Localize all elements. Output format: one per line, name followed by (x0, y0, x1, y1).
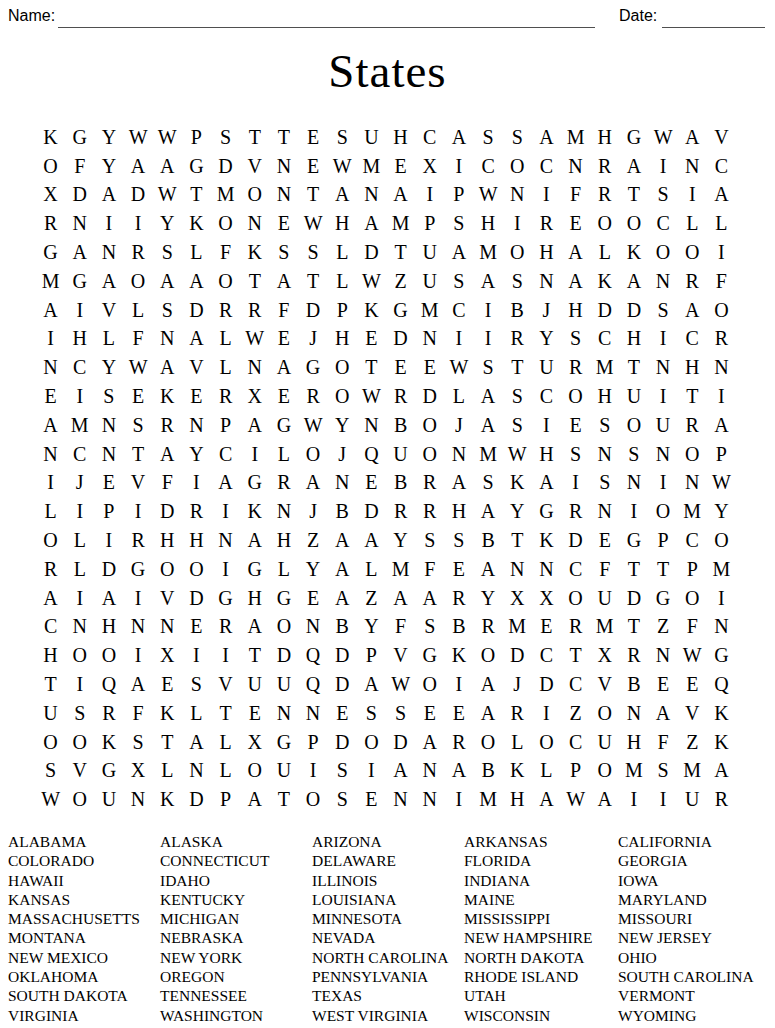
grid-cell: Y (94, 353, 123, 382)
grid-cell: Q (298, 670, 327, 699)
grid-cell: I (65, 497, 94, 526)
grid-cell: L (211, 728, 240, 757)
grid-cell: E (357, 325, 386, 354)
grid-cell: T (182, 181, 211, 210)
grid-cell: C (561, 670, 590, 699)
grid-cell: B (328, 613, 357, 642)
grid-cell: F (561, 181, 590, 210)
grid-cell: G (269, 728, 298, 757)
grid-cell: A (153, 353, 182, 382)
grid-cell: H (678, 353, 707, 382)
grid-cell: D (182, 296, 211, 325)
grid-cell: A (473, 699, 502, 728)
grid-cell: T (619, 613, 648, 642)
grid-cell: U (269, 757, 298, 786)
grid-cell: E (36, 382, 65, 411)
grid-cell: O (65, 641, 94, 670)
grid-cell: B (386, 469, 415, 498)
grid-cell: N (153, 613, 182, 642)
grid-cell: I (444, 670, 473, 699)
grid-cell: L (36, 497, 65, 526)
grid-cell: V (182, 353, 211, 382)
grid-cell: A (94, 181, 123, 210)
grid-cell: G (619, 123, 648, 152)
grid-cell: K (240, 238, 269, 267)
grid-cell: L (707, 209, 736, 238)
grid-cell: H (503, 785, 532, 814)
grid-cell: G (65, 267, 94, 296)
grid-cell: I (123, 584, 152, 613)
grid-cell: D (328, 670, 357, 699)
grid-cell: K (94, 728, 123, 757)
grid-cell: D (269, 641, 298, 670)
grid-cell: U (386, 440, 415, 469)
grid-cell: R (386, 497, 415, 526)
grid-cell: A (707, 411, 736, 440)
grid-cell: N (619, 699, 648, 728)
grid-cell: R (561, 353, 590, 382)
grid-cell: C (590, 325, 619, 354)
date-fill-line (662, 27, 765, 28)
grid-cell: B (473, 757, 502, 786)
grid-cell: R (503, 325, 532, 354)
grid-cell: Z (357, 584, 386, 613)
grid-cell: A (473, 411, 502, 440)
grid-cell: N (240, 353, 269, 382)
grid-cell: A (36, 296, 65, 325)
grid-cell: E (590, 526, 619, 555)
grid-cell: G (386, 296, 415, 325)
grid-cell: E (298, 152, 327, 181)
grid-cell: A (678, 123, 707, 152)
grid-cell: L (94, 325, 123, 354)
grid-cell: E (357, 785, 386, 814)
grid-cell: W (357, 382, 386, 411)
grid-cell: N (240, 209, 269, 238)
grid-cell: S (298, 238, 327, 267)
grid-cell: Z (648, 613, 677, 642)
grid-cell: W (123, 123, 152, 152)
grid-cell: O (619, 411, 648, 440)
word-column: ALASKACONNECTICUTIDAHOKENTUCKYMICHIGANNE… (160, 832, 269, 1025)
grid-cell: F (123, 699, 152, 728)
grid-cell: E (678, 670, 707, 699)
grid-cell: M (678, 497, 707, 526)
grid-cell: N (269, 497, 298, 526)
grid-cell: S (561, 325, 590, 354)
grid-cell: I (240, 440, 269, 469)
grid-cell: W (153, 123, 182, 152)
grid-cell: A (240, 526, 269, 555)
grid-cell: D (619, 296, 648, 325)
word-item: WYOMING (618, 1006, 754, 1025)
grid-cell: T (386, 238, 415, 267)
grid-cell: E (648, 670, 677, 699)
grid-cell: H (561, 296, 590, 325)
grid-cell: D (357, 238, 386, 267)
grid-cell: R (211, 382, 240, 411)
grid-cell: K (707, 699, 736, 728)
grid-cell: U (532, 353, 561, 382)
grid-cell: E (386, 353, 415, 382)
grid-cell: M (619, 757, 648, 786)
grid-cell: F (153, 469, 182, 498)
grid-cell: Y (357, 613, 386, 642)
grid-cell: P (211, 785, 240, 814)
grid-cell: U (357, 123, 386, 152)
grid-cell: M (36, 267, 65, 296)
grid-cell: N (298, 613, 327, 642)
grid-cell: W (298, 411, 327, 440)
grid-cell: T (678, 382, 707, 411)
grid-cell: S (328, 123, 357, 152)
word-item: NEVADA (312, 928, 448, 947)
grid-cell: T (619, 353, 648, 382)
word-item: MICHIGAN (160, 909, 269, 928)
grid-cell: U (619, 382, 648, 411)
grid-cell: O (561, 584, 590, 613)
grid-cell: E (415, 699, 444, 728)
grid-cell: G (65, 123, 94, 152)
grid-cell: C (707, 152, 736, 181)
word-item: VERMONT (618, 986, 754, 1005)
grid-cell: K (153, 699, 182, 728)
grid-cell: B (444, 613, 473, 642)
word-item: MISSISSIPPI (464, 909, 592, 928)
grid-cell: C (561, 555, 590, 584)
grid-cell: H (590, 382, 619, 411)
grid-cell: B (473, 526, 502, 555)
grid-cell: S (415, 613, 444, 642)
grid-cell: O (298, 785, 327, 814)
grid-cell: A (473, 267, 502, 296)
grid-cell: E (182, 382, 211, 411)
grid-cell: A (240, 411, 269, 440)
grid-cell: X (240, 382, 269, 411)
grid-cell: F (678, 613, 707, 642)
grid-cell: W (648, 123, 677, 152)
grid-cell: S (648, 757, 677, 786)
word-column: ARIZONADELAWAREILLINOISLOUISIANAMINNESOT… (312, 832, 448, 1025)
word-item: MINNESOTA (312, 909, 448, 928)
grid-cell: N (357, 411, 386, 440)
grid-cell: R (415, 469, 444, 498)
grid-cell: S (648, 181, 677, 210)
grid-cell: L (678, 209, 707, 238)
word-item: KANSAS (8, 890, 140, 909)
grid-cell: Y (153, 209, 182, 238)
grid-cell: P (561, 757, 590, 786)
grid-cell: Z (298, 526, 327, 555)
word-item: WASHINGTON (160, 1006, 269, 1025)
grid-cell: S (65, 699, 94, 728)
grid-cell: S (619, 440, 648, 469)
grid-cell: N (619, 469, 648, 498)
page-title: States (0, 44, 775, 98)
grid-cell: E (444, 699, 473, 728)
grid-cell: E (123, 382, 152, 411)
grid-cell: S (590, 469, 619, 498)
grid-cell: S (503, 411, 532, 440)
grid-cell: A (94, 267, 123, 296)
grid-cell: O (619, 209, 648, 238)
grid-cell: T (503, 353, 532, 382)
grid-cell: H (328, 209, 357, 238)
grid-cell: N (590, 440, 619, 469)
grid-cell: C (65, 440, 94, 469)
grid-cell: A (473, 670, 502, 699)
grid-cell: L (357, 555, 386, 584)
grid-cell: M (415, 296, 444, 325)
word-item: FLORIDA (464, 851, 592, 870)
grid-cell: S (503, 123, 532, 152)
grid-cell: I (707, 382, 736, 411)
grid-cell: Y (532, 325, 561, 354)
grid-cell: G (532, 497, 561, 526)
grid-cell: R (182, 497, 211, 526)
grid-cell: A (182, 728, 211, 757)
grid-cell: D (561, 526, 590, 555)
word-item: OKLAHOMA (8, 967, 140, 986)
grid-cell: N (707, 613, 736, 642)
grid-cell: C (678, 325, 707, 354)
grid-cell: V (153, 584, 182, 613)
word-item: CALIFORNIA (618, 832, 754, 851)
grid-cell: Q (298, 641, 327, 670)
grid-cell: A (619, 267, 648, 296)
grid-cell: K (619, 238, 648, 267)
grid-cell: N (94, 411, 123, 440)
grid-cell: O (415, 440, 444, 469)
grid-cell: R (211, 613, 240, 642)
grid-cell: D (298, 296, 327, 325)
grid-cell: V (707, 123, 736, 152)
grid-cell: M (707, 555, 736, 584)
grid-cell: S (123, 728, 152, 757)
grid-cell: D (590, 296, 619, 325)
grid-cell: P (678, 555, 707, 584)
grid-cell: O (590, 757, 619, 786)
grid-cell: T (298, 267, 327, 296)
grid-cell: E (561, 411, 590, 440)
grid-cell: A (357, 670, 386, 699)
grid-cell: A (123, 152, 152, 181)
grid-cell: S (123, 411, 152, 440)
grid-cell: Q (94, 670, 123, 699)
grid-cell: A (182, 267, 211, 296)
grid-cell: O (182, 555, 211, 584)
word-item: MARYLAND (618, 890, 754, 909)
grid-cell: B (503, 296, 532, 325)
word-item: NORTH CAROLINA (312, 948, 448, 967)
grid-cell: U (590, 728, 619, 757)
grid-cell: X (503, 584, 532, 613)
grid-cell: A (36, 411, 65, 440)
grid-cell: N (298, 699, 327, 728)
grid-cell: V (65, 757, 94, 786)
grid-cell: A (444, 123, 473, 152)
grid-cell: W (36, 785, 65, 814)
grid-cell: P (707, 440, 736, 469)
word-item: PENNSYLVANIA (312, 967, 448, 986)
grid-cell: T (240, 123, 269, 152)
grid-cell: M (65, 411, 94, 440)
grid-cell: Z (561, 699, 590, 728)
grid-cell: H (328, 325, 357, 354)
grid-cell: D (328, 728, 357, 757)
grid-cell: O (561, 382, 590, 411)
grid-cell: F (707, 267, 736, 296)
grid-cell: L (211, 353, 240, 382)
grid-cell: S (444, 209, 473, 238)
grid-cell: G (240, 555, 269, 584)
grid-cell: E (182, 613, 211, 642)
grid-cell: Y (328, 411, 357, 440)
grid-cell: E (269, 325, 298, 354)
grid-cell: G (123, 555, 152, 584)
word-item: HAWAII (8, 871, 140, 890)
grid-cell: T (269, 123, 298, 152)
grid-cell: K (153, 785, 182, 814)
grid-cell: I (648, 785, 677, 814)
grid-cell: M (561, 123, 590, 152)
grid-cell: A (94, 584, 123, 613)
grid-cell: N (65, 613, 94, 642)
grid-cell: H (532, 238, 561, 267)
grid-cell: A (386, 757, 415, 786)
grid-cell: C (444, 296, 473, 325)
grid-cell: S (94, 382, 123, 411)
word-list: ALABAMACOLORADOHAWAIIKANSASMASSACHUSETTS… (0, 832, 775, 1028)
grid-cell: L (182, 238, 211, 267)
grid-cell: I (357, 757, 386, 786)
grid-cell: O (532, 728, 561, 757)
grid-cell: I (648, 325, 677, 354)
grid-cell: K (153, 382, 182, 411)
grid-cell: D (357, 497, 386, 526)
grid-cell: H (36, 641, 65, 670)
grid-cell: W (707, 469, 736, 498)
word-item: MASSACHUSETTS (8, 909, 140, 928)
grid-cell: D (619, 584, 648, 613)
grid-cell: J (532, 296, 561, 325)
grid-cell: A (65, 238, 94, 267)
grid-cell: A (648, 699, 677, 728)
grid-cell: H (619, 728, 648, 757)
grid-cell: T (648, 555, 677, 584)
grid-cell: C (65, 353, 94, 382)
grid-cell: W (328, 152, 357, 181)
word-item: CONNECTICUT (160, 851, 269, 870)
grid-cell: W (298, 209, 327, 238)
grid-cell: O (648, 497, 677, 526)
grid-cell: N (503, 181, 532, 210)
grid-cell: T (619, 555, 648, 584)
grid-cell: M (211, 181, 240, 210)
grid-cell: I (36, 325, 65, 354)
grid-cell: A (473, 497, 502, 526)
grid-cell: G (415, 641, 444, 670)
grid-cell: G (619, 526, 648, 555)
grid-cell: H (65, 325, 94, 354)
grid-cell: A (473, 382, 502, 411)
grid-cell: E (561, 209, 590, 238)
grid-cell: R (473, 613, 502, 642)
grid-cell: R (561, 613, 590, 642)
grid-cell: A (328, 584, 357, 613)
grid-cell: G (269, 411, 298, 440)
grid-cell: U (678, 785, 707, 814)
grid-cell: M (386, 555, 415, 584)
grid-cell: N (211, 526, 240, 555)
grid-cell: A (328, 181, 357, 210)
grid-cell: D (386, 728, 415, 757)
grid-cell: I (65, 670, 94, 699)
grid-cell: N (36, 353, 65, 382)
grid-cell: N (123, 785, 152, 814)
grid-cell: H (444, 497, 473, 526)
grid-cell: R (503, 699, 532, 728)
grid-cell: T (240, 267, 269, 296)
grid-cell: U (36, 699, 65, 728)
grid-cell: A (153, 152, 182, 181)
grid-cell: U (590, 584, 619, 613)
grid-cell: R (211, 296, 240, 325)
grid-cell: K (503, 757, 532, 786)
grid-cell: S (590, 411, 619, 440)
grid-cell: R (36, 209, 65, 238)
grid-cell: V (123, 469, 152, 498)
grid-cell: W (473, 181, 502, 210)
grid-cell: U (415, 267, 444, 296)
grid-cell: H (182, 526, 211, 555)
grid-cell: A (328, 555, 357, 584)
grid-cell: N (444, 440, 473, 469)
grid-cell: N (532, 555, 561, 584)
grid-cell: N (94, 440, 123, 469)
grid-cell: D (532, 670, 561, 699)
grid-cell: F (648, 728, 677, 757)
grid-cell: N (678, 152, 707, 181)
word-item: NEW JERSEY (618, 928, 754, 947)
grid-cell: H (94, 613, 123, 642)
grid-cell: C (561, 728, 590, 757)
grid-cell: L (444, 382, 473, 411)
grid-cell: A (357, 526, 386, 555)
grid-cell: E (298, 123, 327, 152)
grid-cell: O (503, 238, 532, 267)
grid-cell: W (357, 267, 386, 296)
grid-cell: N (328, 469, 357, 498)
grid-cell: P (298, 728, 327, 757)
grid-cell: R (36, 555, 65, 584)
grid-cell: S (561, 440, 590, 469)
grid-cell: N (94, 238, 123, 267)
grid-cell: A (123, 670, 152, 699)
grid-cell: D (182, 785, 211, 814)
grid-cell: O (123, 267, 152, 296)
grid-cell: M (473, 440, 502, 469)
grid-cell: O (298, 440, 327, 469)
grid-cell: N (386, 785, 415, 814)
grid-cell: L (532, 757, 561, 786)
grid-cell: I (444, 785, 473, 814)
grid-cell: L (182, 699, 211, 728)
grid-cell: W (503, 440, 532, 469)
grid-cell: S (269, 238, 298, 267)
grid-cell: E (269, 209, 298, 238)
grid-cell: I (707, 584, 736, 613)
